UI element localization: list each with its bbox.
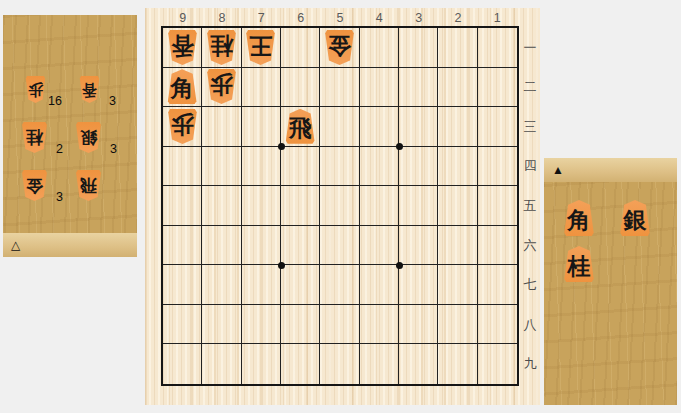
gote-hand-pawn[interactable]: 歩 (25, 76, 46, 103)
cell-4-5[interactable] (360, 186, 399, 226)
cell-6-8[interactable] (281, 305, 320, 345)
file-label-4: 4 (360, 11, 399, 26)
gote-hand-knight-count: 2 (56, 143, 63, 156)
cell-6-6[interactable] (281, 226, 320, 266)
file-label-7: 7 (242, 11, 281, 26)
file-label-3: 3 (399, 11, 438, 26)
cell-2-9[interactable] (438, 344, 477, 384)
gote-piece-9-3[interactable]: 歩 (167, 109, 198, 144)
cell-5-4[interactable] (320, 147, 359, 187)
cell-4-9[interactable] (360, 344, 399, 384)
sente-hand-silver[interactable]: 銀 (619, 200, 651, 236)
star-point (278, 262, 285, 269)
cell-6-5[interactable] (281, 186, 320, 226)
sente-hand-bishop[interactable]: 角 (563, 200, 595, 236)
shogi-board-area: 987654321 一二三四五六七八九 香桂王金角歩歩飛 (145, 8, 540, 405)
star-point (278, 143, 285, 150)
file-label-8: 8 (202, 11, 241, 26)
rank-label-7: 七 (520, 265, 540, 305)
rank-label-6: 六 (520, 226, 540, 266)
cell-8-6[interactable] (202, 226, 241, 266)
cell-2-1[interactable] (438, 28, 477, 68)
shogi-app: { "game": "shogi", "position": { "sfen":… (0, 0, 681, 413)
gote-hand-lance-count: 3 (109, 95, 116, 108)
cell-6-7[interactable] (281, 265, 320, 305)
cell-4-7[interactable] (360, 265, 399, 305)
cell-2-4[interactable] (438, 147, 477, 187)
cell-2-7[interactable] (438, 265, 477, 305)
cell-7-3[interactable] (242, 107, 281, 147)
rank-label-2: 二 (520, 68, 540, 108)
cell-4-4[interactable] (360, 147, 399, 187)
cell-3-5[interactable] (399, 186, 438, 226)
cell-3-1[interactable] (399, 28, 438, 68)
cell-2-6[interactable] (438, 226, 477, 266)
cell-5-2[interactable] (320, 68, 359, 108)
file-label-2: 2 (438, 11, 477, 26)
sente-hand-panel: ▲ 角銀桂 (544, 158, 677, 405)
cell-7-7[interactable] (242, 265, 281, 305)
cell-8-3[interactable] (202, 107, 241, 147)
cell-5-3[interactable] (320, 107, 359, 147)
cell-6-1[interactable] (281, 28, 320, 68)
gote-piece-8-2[interactable]: 歩 (206, 69, 237, 104)
gote-hand-knight[interactable]: 桂 (21, 122, 48, 153)
gote-tray-strip: △ (3, 233, 137, 257)
cell-3-2[interactable] (399, 68, 438, 108)
cell-6-3[interactable]: 飛 (281, 107, 320, 147)
gote-piece-5-1[interactable]: 金 (324, 30, 355, 65)
cell-9-8[interactable] (163, 305, 202, 345)
cell-8-5[interactable] (202, 186, 241, 226)
cell-4-1[interactable] (360, 28, 399, 68)
gote-hand-rook[interactable]: 飛 (75, 170, 102, 201)
cell-8-4[interactable] (202, 147, 241, 187)
sente-piece-9-2[interactable]: 角 (167, 69, 198, 104)
cell-7-9[interactable] (242, 344, 281, 384)
board-grid: 香桂王金角歩歩飛 (161, 26, 519, 386)
gote-piece-9-1[interactable]: 香 (167, 30, 198, 65)
file-label-1: 1 (478, 11, 517, 26)
file-label-9: 9 (163, 11, 202, 26)
gote-hand-pawn-count: 16 (48, 95, 62, 108)
cell-9-9[interactable] (163, 344, 202, 384)
cell-8-8[interactable] (202, 305, 241, 345)
rank-label-5: 五 (520, 186, 540, 226)
cell-1-6[interactable] (478, 226, 517, 266)
cell-1-1[interactable] (478, 28, 517, 68)
cell-3-7[interactable] (399, 265, 438, 305)
gote-hand-lance[interactable]: 香 (79, 76, 100, 103)
cell-9-2[interactable]: 角 (163, 68, 202, 108)
cell-2-8[interactable] (438, 305, 477, 345)
cell-3-3[interactable] (399, 107, 438, 147)
cell-9-7[interactable] (163, 265, 202, 305)
cell-3-9[interactable] (399, 344, 438, 384)
gote-hand-silver[interactable]: 銀 (75, 122, 102, 153)
file-label-6: 6 (281, 11, 320, 26)
cell-8-9[interactable] (202, 344, 241, 384)
rank-label-4: 四 (520, 147, 540, 187)
cell-1-3[interactable] (478, 107, 517, 147)
cell-5-1[interactable]: 金 (320, 28, 359, 68)
cell-5-8[interactable] (320, 305, 359, 345)
cell-5-6[interactable] (320, 226, 359, 266)
cell-4-3[interactable] (360, 107, 399, 147)
cell-7-1[interactable]: 王 (242, 28, 281, 68)
cell-7-5[interactable] (242, 186, 281, 226)
gote-marker: △ (11, 238, 20, 252)
star-point (396, 262, 403, 269)
cell-5-7[interactable] (320, 265, 359, 305)
file-labels: 987654321 (163, 11, 517, 26)
cell-7-2[interactable] (242, 68, 281, 108)
rank-label-1: 一 (520, 28, 540, 68)
gote-hand-gold[interactable]: 金 (21, 170, 48, 201)
cell-9-5[interactable] (163, 186, 202, 226)
cell-1-2[interactable] (478, 68, 517, 108)
rank-label-8: 八 (520, 305, 540, 345)
file-label-5: 5 (320, 11, 359, 26)
gote-hand-panel: 歩16香3桂2銀3金3飛 △ (3, 15, 137, 257)
sente-marker: ▲ (552, 163, 564, 177)
cell-1-4[interactable] (478, 147, 517, 187)
cell-6-2[interactable] (281, 68, 320, 108)
gote-hand-gold-count: 3 (56, 191, 63, 204)
cell-9-4[interactable] (163, 147, 202, 187)
rank-label-3: 三 (520, 107, 540, 147)
sente-hand-knight[interactable]: 桂 (563, 246, 595, 282)
cell-5-5[interactable] (320, 186, 359, 226)
cell-6-4[interactable] (281, 147, 320, 187)
cell-5-9[interactable] (320, 344, 359, 384)
cell-3-4[interactable] (399, 147, 438, 187)
rank-label-9: 九 (520, 344, 540, 384)
gote-piece-7-1[interactable]: 王 (245, 30, 276, 65)
star-point (396, 143, 403, 150)
cell-9-3[interactable]: 歩 (163, 107, 202, 147)
cell-7-4[interactable] (242, 147, 281, 187)
cell-3-6[interactable] (399, 226, 438, 266)
cell-2-3[interactable] (438, 107, 477, 147)
cell-4-2[interactable] (360, 68, 399, 108)
cell-8-1[interactable]: 桂 (202, 28, 241, 68)
cell-7-6[interactable] (242, 226, 281, 266)
cell-8-7[interactable] (202, 265, 241, 305)
cell-1-7[interactable] (478, 265, 517, 305)
cell-6-9[interactable] (281, 344, 320, 384)
cell-9-6[interactable] (163, 226, 202, 266)
cell-8-2[interactable]: 歩 (202, 68, 241, 108)
cell-1-5[interactable] (478, 186, 517, 226)
gote-piece-8-1[interactable]: 桂 (206, 30, 237, 65)
sente-tray-strip: ▲ (544, 158, 677, 182)
cell-4-8[interactable] (360, 305, 399, 345)
rank-labels: 一二三四五六七八九 (520, 28, 540, 384)
cell-7-8[interactable] (242, 305, 281, 345)
cell-2-5[interactable] (438, 186, 477, 226)
cell-1-9[interactable] (478, 344, 517, 384)
cell-2-2[interactable] (438, 68, 477, 108)
cell-4-6[interactable] (360, 226, 399, 266)
gote-hand-silver-count: 3 (110, 143, 117, 156)
cell-1-8[interactable] (478, 305, 517, 345)
cell-9-1[interactable]: 香 (163, 28, 202, 68)
sente-piece-6-3[interactable]: 飛 (285, 109, 316, 144)
cell-3-8[interactable] (399, 305, 438, 345)
